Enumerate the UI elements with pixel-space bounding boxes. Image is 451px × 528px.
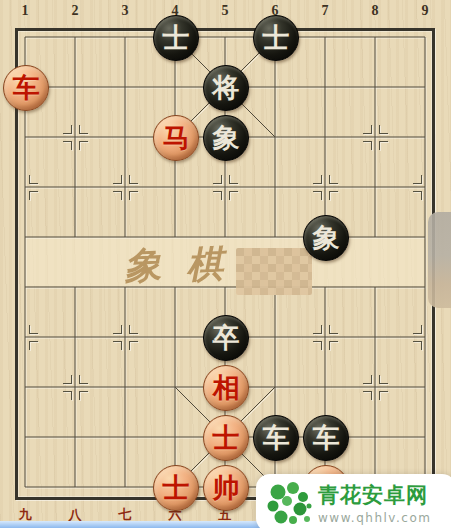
point-marker <box>413 191 422 200</box>
piece-black-elephant[interactable]: 象 <box>203 115 249 161</box>
point-marker <box>413 325 422 334</box>
piece-black-chariot[interactable]: 车 <box>253 415 299 461</box>
point-marker <box>79 375 88 384</box>
point-marker <box>29 341 38 350</box>
point-marker <box>329 175 338 184</box>
point-marker <box>79 125 88 134</box>
piece-red-elephant[interactable]: 相 <box>203 365 249 411</box>
point-marker <box>413 341 422 350</box>
xiangqi-screenshot: 123456789 象棋 士士将象象卒车车车马相士士帅相 九八七六五四三二一 青… <box>0 0 451 528</box>
point-marker <box>313 341 322 350</box>
piece-black-advisor[interactable]: 士 <box>253 15 299 61</box>
point-marker <box>113 191 122 200</box>
piece-red-advisor[interactable]: 士 <box>203 415 249 461</box>
point-marker <box>79 141 88 150</box>
piece-red-advisor[interactable]: 士 <box>153 465 199 511</box>
point-marker <box>63 141 72 150</box>
piece-red-chariot[interactable]: 车 <box>3 65 49 111</box>
point-marker <box>379 375 388 384</box>
piece-black-advisor[interactable]: 士 <box>153 15 199 61</box>
piece-black-general[interactable]: 将 <box>203 65 249 111</box>
point-marker <box>213 175 222 184</box>
point-marker <box>329 341 338 350</box>
point-marker <box>129 175 138 184</box>
river-calligraphy: 象 <box>123 240 163 292</box>
watermark-url: www.qhhlv.com <box>318 511 451 525</box>
point-marker <box>313 191 322 200</box>
point-marker <box>129 341 138 350</box>
point-marker <box>63 391 72 400</box>
green-flower-logo-icon <box>264 479 312 527</box>
point-marker <box>363 141 372 150</box>
piece-black-soldier[interactable]: 卒 <box>203 315 249 361</box>
point-marker <box>363 125 372 134</box>
point-marker <box>379 391 388 400</box>
point-marker <box>313 175 322 184</box>
point-marker <box>229 191 238 200</box>
point-marker <box>379 141 388 150</box>
watermark-card: 青花安卓网 www.qhhlv.com <box>256 474 451 528</box>
point-marker <box>63 375 72 384</box>
right-edge-smudge <box>428 212 451 308</box>
point-marker <box>29 325 38 334</box>
point-marker <box>79 391 88 400</box>
point-marker <box>379 125 388 134</box>
point-marker <box>29 175 38 184</box>
point-marker <box>329 325 338 334</box>
point-marker <box>129 191 138 200</box>
river-calligraphy: 棋 <box>185 239 225 291</box>
censored-mosaic-patch <box>236 248 312 295</box>
point-marker <box>363 375 372 384</box>
piece-red-horse[interactable]: 马 <box>153 115 199 161</box>
point-marker <box>129 325 138 334</box>
point-marker <box>229 175 238 184</box>
piece-red-general[interactable]: 帅 <box>203 465 249 511</box>
piece-black-elephant[interactable]: 象 <box>303 215 349 261</box>
point-marker <box>113 325 122 334</box>
point-marker <box>413 175 422 184</box>
point-marker <box>363 391 372 400</box>
point-marker <box>329 191 338 200</box>
point-marker <box>213 191 222 200</box>
point-marker <box>113 341 122 350</box>
point-marker <box>113 175 122 184</box>
watermark-site-name: 青花安卓网 <box>318 481 451 509</box>
point-marker <box>29 191 38 200</box>
piece-black-chariot[interactable]: 车 <box>303 415 349 461</box>
point-marker <box>313 325 322 334</box>
point-marker <box>63 125 72 134</box>
